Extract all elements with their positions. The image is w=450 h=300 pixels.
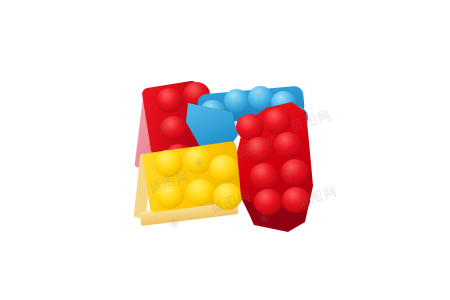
red-block-right-stud (282, 187, 310, 213)
yellow-block-stud (154, 150, 183, 177)
yellow-block-stud (155, 182, 184, 209)
red-block-right-stud (250, 163, 278, 189)
red-block-right-stud (263, 108, 291, 134)
red-block-right-stud (245, 137, 273, 163)
blocks-scene: ◈ 摄图网 ◈ 摄图网 摄图网 ◈ 摄图网 ◈ ◈ 摄图网 ◈ 摄图网 (0, 0, 450, 300)
red-block-left-stud (156, 88, 183, 113)
red-block-right-stud (254, 189, 282, 215)
yellow-block-stud (209, 155, 238, 182)
yellow-block-stud (186, 179, 215, 206)
photo-canvas: ◈ 摄图网 ◈ 摄图网 摄图网 ◈ 摄图网 ◈ ◈ 摄图网 ◈ 摄图网 (0, 0, 450, 300)
red-block-left-stud (160, 116, 187, 141)
yellow-block-stud (183, 147, 212, 174)
yellow-block-stud (213, 183, 242, 210)
blue-block-stud (224, 89, 249, 112)
red-block-right-stud (281, 159, 309, 185)
red-block-right-stud (274, 132, 302, 158)
blue-block-stud (248, 86, 273, 109)
